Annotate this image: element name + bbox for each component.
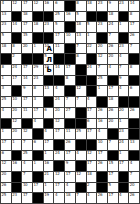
cell-r10c1[interactable]: 25	[1, 97, 11, 107]
cell-r15c6[interactable]: 24	[54, 151, 64, 161]
cell-r18c9[interactable]: 2	[87, 183, 97, 193]
cell-r11c5[interactable]: 6	[44, 108, 54, 118]
cell-r3c4[interactable]: 18	[33, 22, 43, 32]
cell-r9c11[interactable]: 17	[108, 86, 118, 96]
cell-r1c13[interactable]: 14	[129, 1, 139, 11]
cell-number: 1	[119, 119, 121, 123]
cell-r14c5[interactable]: 17	[44, 140, 54, 150]
cell-r1c9[interactable]: 18	[87, 1, 97, 11]
cell-number: 16	[98, 119, 103, 123]
cell-number: 4	[130, 161, 132, 165]
cell-r6c10[interactable]: 12	[97, 54, 107, 64]
cell-number: 14	[55, 65, 60, 69]
cell-number: 13	[44, 86, 49, 90]
cell-r11c10[interactable]: 26	[97, 108, 107, 118]
cell-r19c9[interactable]: 4	[87, 193, 97, 203]
cell-r2c13[interactable]: 8	[129, 12, 139, 22]
cell-number: 7	[119, 65, 121, 69]
cell-number: 1	[2, 76, 4, 80]
cell-r1c7	[65, 1, 75, 11]
cell-number: 12	[23, 129, 28, 133]
cell-r6c7	[65, 54, 75, 64]
cell-r5c10[interactable]: 20	[97, 44, 107, 54]
cell-r3c2[interactable]: 14	[12, 22, 22, 32]
cell-r6c5[interactable]: 5Л	[44, 54, 54, 64]
cell-r14c2[interactable]: 1	[12, 140, 22, 150]
cell-r5c8[interactable]: 7	[76, 44, 86, 54]
cell-number: 5	[55, 22, 57, 26]
cell-r14c13[interactable]: 13	[129, 140, 139, 150]
cell-number: 18	[34, 22, 39, 26]
cell-r19c10[interactable]: 26	[97, 193, 107, 203]
cell-number: 13	[2, 12, 7, 16]
cell-r12c2[interactable]: 12	[12, 119, 22, 129]
cell-r3c10[interactable]: 23	[97, 22, 107, 32]
cell-r11c8	[76, 108, 86, 118]
cell-r16c11[interactable]: 15	[108, 161, 118, 171]
cell-r14c1[interactable]: 17	[1, 140, 11, 150]
cell-r5c13[interactable]: 7	[129, 44, 139, 54]
cell-r9c5[interactable]: 13	[44, 86, 54, 96]
cell-r8c2[interactable]: 17	[12, 76, 22, 86]
cell-r6c1	[1, 54, 11, 64]
cell-r3c7	[65, 22, 75, 32]
cell-number: 8	[12, 44, 14, 48]
cell-r13c1[interactable]: 1	[1, 129, 11, 139]
cell-r16c7[interactable]: 9	[65, 161, 75, 171]
cell-number: 23	[12, 193, 17, 197]
cell-r11c12[interactable]: 20	[119, 108, 129, 118]
cell-number: 5	[108, 183, 110, 187]
cell-r17c3[interactable]: 7	[22, 172, 32, 182]
cell-r9c2	[12, 86, 22, 96]
cell-r15c2	[12, 151, 22, 161]
cell-r11c13[interactable]: 26	[129, 108, 139, 118]
cell-r7c9[interactable]: 24	[87, 65, 97, 75]
cell-r8c4[interactable]: 23	[33, 76, 43, 86]
cell-r18c5[interactable]: 1	[44, 183, 54, 193]
cell-r17c10	[97, 172, 107, 182]
cell-r9c8[interactable]: 12	[76, 86, 86, 96]
cell-r10c10	[97, 97, 107, 107]
cell-r4c1[interactable]: 5	[1, 33, 11, 43]
cell-r16c13[interactable]: 4	[129, 161, 139, 171]
cell-r11c1[interactable]: 4	[1, 108, 11, 118]
cell-r18c1[interactable]: 26	[1, 183, 11, 193]
cell-number: 9	[66, 161, 68, 165]
cell-r13c12[interactable]: 23	[119, 129, 129, 139]
cell-number: 7	[23, 140, 25, 144]
cell-r10c4[interactable]: 3	[33, 97, 43, 107]
cell-number: 17	[108, 172, 113, 176]
cell-r15c1[interactable]: 6	[1, 151, 11, 161]
cell-r14c10[interactable]: 10	[97, 140, 107, 150]
cell-r3c8[interactable]: 18	[76, 22, 86, 32]
cell-number: 17	[55, 129, 60, 133]
cell-r19c1[interactable]: 25	[1, 193, 11, 203]
cell-r13c5[interactable]: 4	[44, 129, 54, 139]
cell-r7c7[interactable]: 17	[65, 65, 75, 75]
cell-r12c9[interactable]: 6	[87, 119, 97, 129]
cell-r15c12[interactable]: 1	[119, 151, 129, 161]
cell-number: 16	[66, 12, 71, 16]
cell-r17c6[interactable]: 12	[54, 172, 64, 182]
cell-r12c4[interactable]: 4	[33, 119, 43, 129]
cell-number: 1	[44, 183, 46, 187]
cell-r1c12[interactable]: 23	[119, 1, 129, 11]
cell-number: 18	[108, 12, 113, 16]
cell-r3c5[interactable]: 23	[44, 22, 54, 32]
cell-number: 17	[119, 161, 124, 165]
cell-r5c1[interactable]: 18	[1, 44, 11, 54]
cell-number: 23	[44, 22, 49, 26]
cell-r19c7[interactable]: 18	[65, 193, 75, 203]
cell-r11c9[interactable]: 17	[87, 108, 97, 118]
cell-r9c4[interactable]: 8	[33, 86, 43, 96]
cell-r2c6[interactable]: 25	[54, 12, 64, 22]
cell-number: 4	[44, 129, 46, 133]
cell-number: 8	[2, 65, 4, 69]
cell-r16c9[interactable]: 17	[87, 161, 97, 171]
cell-r1c5[interactable]: 16	[44, 1, 54, 11]
cell-r16c5[interactable]: 16	[44, 161, 54, 171]
cell-r19c6[interactable]: 4	[54, 193, 64, 203]
cell-number: 24	[108, 22, 113, 26]
cell-number: 6	[2, 151, 4, 155]
cell-r15c5[interactable]: 1	[44, 151, 54, 161]
cell-r7c3[interactable]: 17	[22, 65, 32, 75]
cell-r19c8[interactable]: 7	[76, 193, 86, 203]
cell-r3c6[interactable]: 5	[54, 22, 64, 32]
cell-r5c4[interactable]: 1	[33, 44, 43, 54]
cell-r14c4[interactable]: 6	[33, 140, 43, 150]
cell-number: 7	[130, 172, 132, 176]
cell-r1c8[interactable]: 8	[76, 1, 86, 11]
cell-r8c11	[108, 76, 118, 86]
cell-number: 20	[119, 108, 124, 112]
cell-r6c2[interactable]: 2	[12, 54, 22, 64]
cell-r3c12[interactable]: 1	[119, 22, 129, 32]
cell-number: 1	[44, 151, 46, 155]
cell-r5c3[interactable]: 20	[22, 44, 32, 54]
cell-number: 26	[108, 108, 113, 112]
cell-r11c7[interactable]: 27	[65, 108, 75, 118]
cell-number: 17	[66, 172, 71, 176]
cell-number: 17	[66, 65, 71, 69]
cell-r15c8[interactable]: 4	[76, 151, 86, 161]
cell-r13c10[interactable]: 4	[97, 129, 107, 139]
cell-number: 4	[119, 54, 121, 58]
cell-r17c7[interactable]: 17	[65, 172, 75, 182]
cell-r12c10[interactable]: 16	[97, 119, 107, 129]
cell-number: 4	[55, 86, 57, 90]
cell-r8c1[interactable]: 1	[1, 76, 11, 86]
cell-r3c1[interactable]: 23	[1, 22, 11, 32]
cell-r2c11[interactable]: 18	[108, 12, 118, 22]
cell-number: 26	[108, 44, 113, 48]
cell-r19c12[interactable]: 4	[119, 193, 129, 203]
cell-r13c9[interactable]: 17	[87, 129, 97, 139]
cell-r19c5[interactable]: 19	[44, 193, 54, 203]
cell-r17c1[interactable]: 20	[1, 172, 11, 182]
cell-number: 9	[23, 86, 25, 90]
cell-r14c11[interactable]: 7	[108, 140, 118, 150]
cell-r4c8[interactable]: 13	[76, 33, 86, 43]
cell-r3c13[interactable]: 17	[129, 22, 139, 32]
cell-number: 15	[23, 33, 28, 37]
cell-r8c12[interactable]: 9	[119, 76, 129, 86]
cell-number: 22	[87, 44, 92, 48]
cell-number: 7	[108, 140, 110, 144]
cell-r1c11[interactable]: 9	[108, 1, 118, 11]
cell-number: 20	[55, 108, 60, 112]
cell-r6c9	[87, 54, 97, 64]
cell-r12c3	[22, 119, 32, 129]
cell-r7c12[interactable]: 7	[119, 65, 129, 75]
cell-r7c13[interactable]: 8	[129, 65, 139, 75]
cell-r16c2[interactable]: 16	[12, 161, 22, 171]
cell-number: 17	[34, 183, 39, 187]
cell-r18c12	[119, 183, 129, 193]
cell-r11c6[interactable]: 20	[54, 108, 64, 118]
cell-r15c9[interactable]: 12	[87, 151, 97, 161]
cell-number: 7	[76, 97, 78, 101]
cell-number: 11	[23, 108, 28, 112]
cell-r3c3[interactable]: 17	[22, 22, 32, 32]
cell-r13c8[interactable]: 25	[76, 129, 86, 139]
cell-number: 17	[23, 1, 28, 5]
cell-r7c2[interactable]: 24	[12, 65, 22, 75]
cell-r7c8	[76, 65, 86, 75]
cell-r18c4[interactable]: 17	[33, 183, 43, 193]
cell-r5c12[interactable]: 23	[119, 44, 129, 54]
cell-r14c3[interactable]: 7	[22, 140, 32, 150]
cell-number: 1	[87, 33, 89, 37]
cell-r9c1[interactable]: 3	[1, 86, 11, 96]
cell-r17c9[interactable]: 18	[87, 172, 97, 182]
cell-r2c5	[44, 12, 54, 22]
cell-r13c7[interactable]: 11	[65, 129, 75, 139]
cell-r2c10	[97, 12, 107, 22]
cell-r19c2[interactable]: 23	[12, 193, 22, 203]
cell-r10c11[interactable]: 18	[108, 97, 118, 107]
cell-r1c2[interactable]: 12	[12, 1, 22, 11]
cell-r1c6[interactable]: 6	[54, 1, 64, 11]
cell-number: 26	[98, 108, 103, 112]
cell-number: 17	[23, 65, 28, 69]
cell-r10c7[interactable]: 7	[65, 97, 75, 107]
cell-r5c11[interactable]: 26	[108, 44, 118, 54]
cell-r7c1[interactable]: 8	[1, 65, 11, 75]
cell-r10c3[interactable]: 17	[22, 97, 32, 107]
cell-r13c2[interactable]: 20	[12, 129, 22, 139]
cell-r6c4	[33, 54, 43, 64]
cell-r4c9[interactable]: 1	[87, 33, 97, 43]
cell-r17c8[interactable]: 12	[76, 172, 86, 182]
cell-number: 4	[34, 119, 36, 123]
cell-number: 20	[108, 54, 113, 58]
cell-number: 18	[2, 44, 7, 48]
cell-number: 6	[130, 86, 132, 90]
cell-r15c11	[108, 151, 118, 161]
cell-r1c1[interactable]: 4	[1, 1, 11, 11]
cell-r11c3[interactable]: 11	[22, 108, 32, 118]
cell-r5c6[interactable]: 11	[54, 44, 64, 54]
cell-r18c2	[12, 183, 22, 193]
cell-r18c7[interactable]: 4	[65, 183, 75, 193]
cell-r9c3[interactable]: 9	[22, 86, 32, 96]
cell-r14c7[interactable]: 26	[65, 140, 75, 150]
cell-number: 6	[55, 1, 57, 5]
cell-number: 18	[76, 22, 81, 26]
cell-r3c11[interactable]: 24	[108, 22, 118, 32]
cell-r11c11[interactable]: 26	[108, 108, 118, 118]
cell-number: 17	[87, 129, 92, 133]
cell-r9c12[interactable]: 4	[119, 86, 129, 96]
cell-r5c5[interactable]: 10А	[44, 44, 54, 54]
cell-r12c11[interactable]: 20	[108, 119, 118, 129]
cell-r4c7[interactable]: 10	[65, 33, 75, 43]
cell-r11c4[interactable]: 17	[33, 108, 43, 118]
cell-r1c4[interactable]: 12	[33, 1, 43, 11]
cell-r10c6[interactable]: 24	[54, 97, 64, 107]
cell-r1c3[interactable]: 17	[22, 1, 32, 11]
cell-r7c5[interactable]: 19Ь	[44, 65, 54, 75]
given-letter: А	[44, 44, 54, 54]
cell-r19c3[interactable]: 17	[22, 193, 32, 203]
cell-number: 16	[44, 1, 49, 5]
cell-number: 14	[130, 1, 135, 5]
cell-r17c11[interactable]: 17	[108, 172, 118, 182]
cell-number: 3	[2, 86, 4, 90]
cell-number: 24	[12, 65, 17, 69]
cell-r14c12[interactable]: 24	[119, 140, 129, 150]
cell-number: 9	[108, 1, 110, 5]
cell-r18c11[interactable]: 5	[108, 183, 118, 193]
cell-r6c8[interactable]: 8	[76, 54, 86, 64]
cell-r13c6[interactable]: 17	[54, 129, 64, 139]
cell-number: 20	[12, 129, 17, 133]
cell-r10c9[interactable]: 4	[87, 97, 97, 107]
cell-r18c10	[97, 183, 107, 193]
cell-r8c7[interactable]: 8	[65, 76, 75, 86]
cell-r18c13[interactable]: 20	[129, 183, 139, 193]
cell-r11c2[interactable]: 20	[12, 108, 22, 118]
cell-number: 12	[87, 151, 92, 155]
cell-r7c11[interactable]: 4	[108, 65, 118, 75]
cell-r2c9	[87, 12, 97, 22]
cell-r7c4[interactable]: 29	[33, 65, 43, 75]
cell-number: 1	[12, 140, 14, 144]
cell-r16c12[interactable]: 17	[119, 161, 129, 171]
cell-r16c4[interactable]: 1	[33, 161, 43, 171]
cell-r17c5[interactable]: 21	[44, 172, 54, 182]
cell-r4c3[interactable]: 15	[22, 33, 32, 43]
cell-number: 13	[76, 33, 81, 37]
cell-number: 20	[2, 172, 7, 176]
cell-r6c12[interactable]: 4	[119, 54, 129, 64]
cell-r18c3[interactable]: 10	[22, 183, 32, 193]
cell-r3c9[interactable]: 5	[87, 22, 97, 32]
cell-number: 4	[2, 1, 4, 5]
cell-r9c10[interactable]: 1	[97, 86, 107, 96]
cell-number: 18	[87, 172, 92, 176]
cell-r8c3[interactable]: 14	[22, 76, 32, 86]
cell-r2c3[interactable]: 18	[22, 12, 32, 22]
cell-r2c1[interactable]: 13	[1, 12, 11, 22]
cell-r15c10[interactable]: 17	[97, 151, 107, 161]
cell-number: 17	[87, 161, 92, 165]
cell-r15c7[interactable]: 17	[65, 151, 75, 161]
cell-r12c1	[1, 119, 11, 129]
cell-r9c6[interactable]: 4	[54, 86, 64, 96]
cell-number: 26	[66, 140, 71, 144]
cell-r13c3[interactable]: 12	[22, 129, 32, 139]
cell-number: 8	[130, 12, 132, 16]
cell-number: 20	[108, 119, 113, 123]
cell-r4c13[interactable]: 26	[129, 33, 139, 43]
cell-r19c4	[33, 193, 43, 203]
cell-r18c6[interactable]: 17	[54, 183, 64, 193]
cell-number: 4	[119, 86, 121, 90]
cell-number: 17	[98, 151, 103, 155]
cell-number: 17	[2, 140, 7, 144]
cell-r10c2[interactable]: 10	[12, 97, 22, 107]
cell-r5c9[interactable]: 22	[87, 44, 97, 54]
cell-number: 4	[98, 129, 100, 133]
cell-r12c6[interactable]: 12	[54, 119, 64, 129]
cell-number: 5	[76, 12, 78, 16]
cell-r8c10[interactable]: 25	[97, 76, 107, 86]
cell-number: 25	[23, 151, 28, 155]
cell-number: 17	[130, 22, 135, 26]
cell-r7c10[interactable]: 7	[97, 65, 107, 75]
cell-r1c10[interactable]: 23	[97, 1, 107, 11]
cell-r12c7	[65, 119, 75, 129]
cell-r16c3[interactable]: 4	[22, 161, 32, 171]
cell-r4c11[interactable]: 7	[108, 33, 118, 43]
cell-number: 29	[34, 65, 39, 69]
cell-r10c8[interactable]: 7	[76, 97, 86, 107]
cell-number: 23	[119, 44, 124, 48]
cell-r19c11[interactable]: 17	[108, 193, 118, 203]
codeword-grid: 4121712166818239231413182516518823141718…	[0, 0, 140, 204]
cell-r15c13	[129, 151, 139, 161]
cell-r12c8	[76, 119, 86, 129]
cell-r10c13	[129, 97, 139, 107]
cell-r16c1[interactable]: 12	[1, 161, 11, 171]
cell-r2c7[interactable]: 16	[65, 12, 75, 22]
cell-r12c12[interactable]: 1	[119, 119, 129, 129]
cell-number: 24	[55, 151, 60, 155]
cell-r7c6[interactable]: 14	[54, 65, 64, 75]
cell-number: 6	[44, 108, 46, 112]
cell-r15c3[interactable]: 25	[22, 151, 32, 161]
cell-r9c13[interactable]: 6	[129, 86, 139, 96]
cell-r19c13[interactable]: 26	[129, 193, 139, 203]
cell-number: 23	[119, 129, 124, 133]
cell-r5c2[interactable]: 8	[12, 44, 22, 54]
cell-r16c10[interactable]: 26	[97, 161, 107, 171]
cell-r4c6[interactable]: 17	[54, 33, 64, 43]
cell-number: 26	[98, 193, 103, 197]
cell-r17c13[interactable]: 7	[129, 172, 139, 182]
cell-r6c11[interactable]: 20	[108, 54, 118, 64]
cell-number: 23	[119, 1, 124, 5]
cell-r6c3	[22, 54, 32, 64]
cell-r2c8[interactable]: 5	[76, 12, 86, 22]
cell-r12c5	[44, 119, 54, 129]
